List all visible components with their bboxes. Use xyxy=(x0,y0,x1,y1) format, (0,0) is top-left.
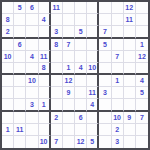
cell-r12c7[interactable]: 12 xyxy=(75,136,87,148)
cell-r10c1[interactable] xyxy=(2,112,14,124)
cell-r10c12[interactable]: 7 xyxy=(136,112,148,124)
cell-r5c5[interactable] xyxy=(51,51,63,63)
cell-r7c4[interactable] xyxy=(39,75,51,87)
cell-r7c2[interactable] xyxy=(14,75,26,87)
cell-r9c12[interactable] xyxy=(136,99,148,111)
cell-r6c10[interactable] xyxy=(112,63,124,75)
cell-r3c9[interactable]: 7 xyxy=(99,26,111,38)
cell-r5c11[interactable] xyxy=(124,51,136,63)
cell-r12c12[interactable] xyxy=(136,136,148,148)
cell-r1c2[interactable]: 5 xyxy=(14,2,26,14)
cell-r5c7[interactable] xyxy=(75,51,87,63)
cell-r8c2[interactable] xyxy=(14,87,26,99)
cell-r2c3[interactable] xyxy=(26,14,38,26)
cell-r10c2[interactable] xyxy=(14,112,26,124)
cell-r1c9[interactable] xyxy=(99,2,111,14)
cell-r10c11[interactable]: 9 xyxy=(124,112,136,124)
cell-r8c7[interactable] xyxy=(75,87,87,99)
cell-r10c6[interactable] xyxy=(63,112,75,124)
cell-r4c5[interactable]: 8 xyxy=(51,39,63,51)
cell-r5c6[interactable] xyxy=(63,51,75,63)
cell-r3c2[interactable] xyxy=(14,26,26,38)
cell-r11c1[interactable]: 1 xyxy=(2,124,14,136)
cell-r11c6[interactable] xyxy=(63,124,75,136)
cell-r10c9[interactable] xyxy=(99,112,111,124)
cell-r4c1[interactable] xyxy=(2,39,14,51)
cell-r10c3[interactable] xyxy=(26,112,38,124)
cell-r6c9[interactable] xyxy=(99,63,111,75)
cell-r2c4[interactable]: 4 xyxy=(39,14,51,26)
cell-r4c12[interactable]: 1 xyxy=(136,39,148,51)
cell-r12c5[interactable]: 7 xyxy=(51,136,63,148)
cell-r1c3[interactable]: 6 xyxy=(26,2,38,14)
cell-r5c1[interactable]: 10 xyxy=(2,51,14,63)
cell-r8c1[interactable] xyxy=(2,87,14,99)
cell-r2c10[interactable] xyxy=(112,14,124,26)
cell-r1c6[interactable] xyxy=(63,2,75,14)
cell-r1c7[interactable] xyxy=(75,2,87,14)
cell-r9c1[interactable] xyxy=(2,99,14,111)
cell-r9c2[interactable] xyxy=(14,99,26,111)
cell-r5c2[interactable] xyxy=(14,51,26,63)
cell-r8c8[interactable]: 11 xyxy=(87,87,99,99)
cell-r5c3[interactable]: 4 xyxy=(26,51,38,63)
cell-r9c10[interactable] xyxy=(112,99,124,111)
cell-r3c5[interactable]: 3 xyxy=(51,26,63,38)
cell-r9c4[interactable]: 1 xyxy=(39,99,51,111)
cell-r5c4[interactable]: 11 xyxy=(39,51,51,63)
cell-r4c2[interactable]: 6 xyxy=(14,39,26,51)
cell-r6c5[interactable] xyxy=(51,63,63,75)
cell-r6c1[interactable] xyxy=(2,63,14,75)
cell-r8c5[interactable] xyxy=(51,87,63,99)
cell-r8c4[interactable] xyxy=(39,87,51,99)
cell-r2c11[interactable]: 11 xyxy=(124,14,136,26)
cell-r11c10[interactable]: 2 xyxy=(112,124,124,136)
cell-r7c1[interactable] xyxy=(2,75,14,87)
cell-r3c12[interactable] xyxy=(136,26,148,38)
cell-r9c11[interactable] xyxy=(124,99,136,111)
cell-r9c3[interactable]: 3 xyxy=(26,99,38,111)
cell-r2c1[interactable]: 8 xyxy=(2,14,14,26)
cell-r11c4[interactable] xyxy=(39,124,51,136)
cell-r8c9[interactable]: 3 xyxy=(99,87,111,99)
cell-r2c2[interactable] xyxy=(14,14,26,26)
cell-r8c3[interactable] xyxy=(26,87,38,99)
cell-r1c4[interactable] xyxy=(39,2,51,14)
cell-r4c10[interactable] xyxy=(112,39,124,51)
cell-r7c5[interactable] xyxy=(51,75,63,87)
cell-r3c1[interactable]: 2 xyxy=(2,26,14,38)
cell-r11c2[interactable]: 11 xyxy=(14,124,26,136)
cell-r2c12[interactable] xyxy=(136,14,148,26)
cell-r3c11[interactable] xyxy=(124,26,136,38)
cell-r6c8[interactable]: 10 xyxy=(87,63,99,75)
cell-r11c8[interactable] xyxy=(87,124,99,136)
cell-r12c10[interactable]: 3 xyxy=(112,136,124,148)
cell-r11c5[interactable] xyxy=(51,124,63,136)
cell-r11c3[interactable] xyxy=(26,124,38,136)
cell-r1c1[interactable] xyxy=(2,2,14,14)
cell-r11c11[interactable] xyxy=(124,124,136,136)
cell-r4c8[interactable] xyxy=(87,39,99,51)
cell-r7c3[interactable]: 10 xyxy=(26,75,38,87)
cell-r11c7[interactable] xyxy=(75,124,87,136)
cell-r6c12[interactable] xyxy=(136,63,148,75)
cell-r6c4[interactable]: 8 xyxy=(39,63,51,75)
cell-r8c11[interactable] xyxy=(124,87,136,99)
cell-r7c6[interactable]: 12 xyxy=(63,75,75,87)
cell-r7c7[interactable] xyxy=(75,75,87,87)
cell-r5c8[interactable] xyxy=(87,51,99,63)
cell-r10c8[interactable] xyxy=(87,112,99,124)
cell-r12c9[interactable] xyxy=(99,136,111,148)
cell-r3c8[interactable] xyxy=(87,26,99,38)
cell-r2c8[interactable] xyxy=(87,14,99,26)
cell-r4c9[interactable]: 5 xyxy=(99,39,111,51)
cell-r5c12[interactable]: 12 xyxy=(136,51,148,63)
cell-r10c10[interactable]: 10 xyxy=(112,112,124,124)
cell-r11c9[interactable] xyxy=(99,124,111,136)
cell-r9c6[interactable] xyxy=(63,99,75,111)
sudoku-board: 5611128411235768751104117128141010121491… xyxy=(0,0,150,150)
cell-r1c11[interactable]: 12 xyxy=(124,2,136,14)
cell-r2c9[interactable] xyxy=(99,14,111,26)
cell-r12c8[interactable]: 5 xyxy=(87,136,99,148)
cell-r4c4[interactable] xyxy=(39,39,51,51)
cell-r3c10[interactable] xyxy=(112,26,124,38)
cell-r9c7[interactable] xyxy=(75,99,87,111)
cell-r6c7[interactable]: 4 xyxy=(75,63,87,75)
cell-r7c10[interactable]: 1 xyxy=(112,75,124,87)
cell-r3c4[interactable] xyxy=(39,26,51,38)
cell-r3c3[interactable] xyxy=(26,26,38,38)
cell-r5c9[interactable] xyxy=(99,51,111,63)
cell-r2c6[interactable] xyxy=(63,14,75,26)
cell-r11c12[interactable] xyxy=(136,124,148,136)
cell-r12c11[interactable] xyxy=(124,136,136,148)
cell-r7c9[interactable] xyxy=(99,75,111,87)
cell-r8c6[interactable]: 9 xyxy=(63,87,75,99)
cell-r1c10[interactable] xyxy=(112,2,124,14)
cell-r6c2[interactable] xyxy=(14,63,26,75)
cell-r1c12[interactable] xyxy=(136,2,148,14)
cell-r6c11[interactable] xyxy=(124,63,136,75)
sudoku-app: 5611128411235768751104117128141010121491… xyxy=(0,0,150,150)
cell-r8c10[interactable] xyxy=(112,87,124,99)
cell-r7c11[interactable] xyxy=(124,75,136,87)
cell-r7c8[interactable] xyxy=(87,75,99,87)
cell-r2c5[interactable] xyxy=(51,14,63,26)
cell-r3c7[interactable]: 5 xyxy=(75,26,87,38)
cell-r8c12[interactable]: 5 xyxy=(136,87,148,99)
cell-r3c6[interactable] xyxy=(63,26,75,38)
cell-r9c9[interactable] xyxy=(99,99,111,111)
cell-r9c5[interactable] xyxy=(51,99,63,111)
cell-r4c3[interactable] xyxy=(26,39,38,51)
cell-r1c8[interactable] xyxy=(87,2,99,14)
cell-r10c7[interactable]: 6 xyxy=(75,112,87,124)
cell-r6c6[interactable]: 1 xyxy=(63,63,75,75)
cell-r5c10[interactable]: 7 xyxy=(112,51,124,63)
cell-r12c3[interactable] xyxy=(26,136,38,148)
cell-r12c6[interactable] xyxy=(63,136,75,148)
cell-r10c4[interactable] xyxy=(39,112,51,124)
cell-r10c5[interactable]: 2 xyxy=(51,112,63,124)
cell-r12c1[interactable] xyxy=(2,136,14,148)
cell-r7c12[interactable]: 4 xyxy=(136,75,148,87)
cell-r4c6[interactable]: 7 xyxy=(63,39,75,51)
cell-r12c2[interactable] xyxy=(14,136,26,148)
cell-r9c8[interactable]: 4 xyxy=(87,99,99,111)
cell-r4c11[interactable] xyxy=(124,39,136,51)
cell-r2c7[interactable] xyxy=(75,14,87,26)
cell-r6c3[interactable] xyxy=(26,63,38,75)
cell-r1c5[interactable]: 11 xyxy=(51,2,63,14)
cell-r12c4[interactable]: 10 xyxy=(39,136,51,148)
cell-r4c7[interactable] xyxy=(75,39,87,51)
